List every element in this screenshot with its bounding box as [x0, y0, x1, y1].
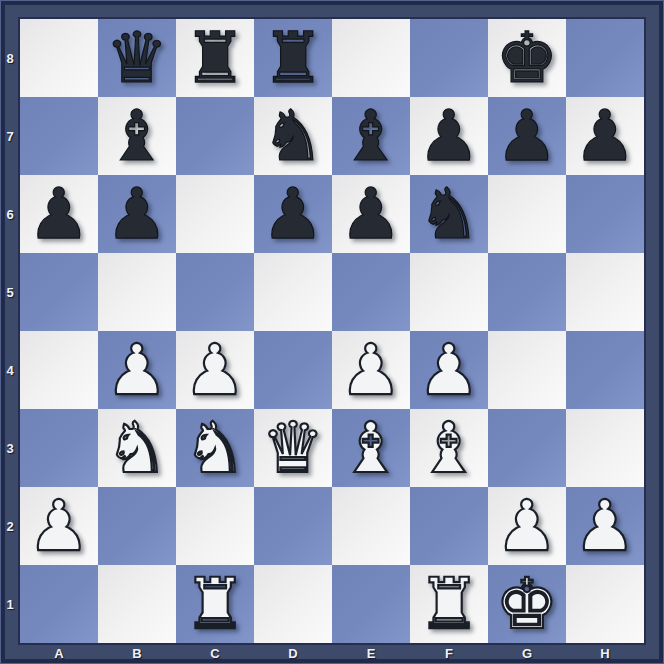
square-g1[interactable]: ♚: [488, 565, 566, 643]
square-e1[interactable]: [332, 565, 410, 643]
piece-black-king[interactable]: ♚: [488, 19, 566, 97]
rank-label-7: 7: [0, 97, 20, 175]
file-label-a: A: [20, 643, 98, 664]
square-e6[interactable]: ♟: [332, 175, 410, 253]
square-e7[interactable]: ♝: [332, 97, 410, 175]
square-h5[interactable]: [566, 253, 644, 331]
square-b7[interactable]: ♝: [98, 97, 176, 175]
square-a8[interactable]: [20, 19, 98, 97]
piece-white-king[interactable]: ♚: [488, 565, 566, 643]
square-h3[interactable]: [566, 409, 644, 487]
piece-black-bishop[interactable]: ♝: [98, 97, 176, 175]
square-d8[interactable]: ♜: [254, 19, 332, 97]
square-c8[interactable]: ♜: [176, 19, 254, 97]
square-a6[interactable]: ♟: [20, 175, 98, 253]
square-b3[interactable]: ♞: [98, 409, 176, 487]
rank-label-1: 1: [0, 565, 20, 643]
square-d7[interactable]: ♞: [254, 97, 332, 175]
piece-black-knight[interactable]: ♞: [410, 175, 488, 253]
square-b8[interactable]: ♛: [98, 19, 176, 97]
square-a3[interactable]: [20, 409, 98, 487]
square-d6[interactable]: ♟: [254, 175, 332, 253]
square-h8[interactable]: [566, 19, 644, 97]
piece-white-pawn[interactable]: ♟: [176, 331, 254, 409]
square-b1[interactable]: [98, 565, 176, 643]
square-f8[interactable]: [410, 19, 488, 97]
rank-label-4: 4: [0, 331, 20, 409]
square-a7[interactable]: [20, 97, 98, 175]
piece-black-pawn[interactable]: ♟: [98, 175, 176, 253]
piece-white-pawn[interactable]: ♟: [488, 487, 566, 565]
piece-white-knight[interactable]: ♞: [98, 409, 176, 487]
square-g7[interactable]: ♟: [488, 97, 566, 175]
piece-white-pawn[interactable]: ♟: [20, 487, 98, 565]
square-e2[interactable]: [332, 487, 410, 565]
square-d2[interactable]: [254, 487, 332, 565]
piece-white-pawn[interactable]: ♟: [98, 331, 176, 409]
file-label-d: D: [254, 643, 332, 664]
square-g4[interactable]: [488, 331, 566, 409]
square-a4[interactable]: [20, 331, 98, 409]
piece-black-bishop[interactable]: ♝: [332, 97, 410, 175]
piece-black-knight[interactable]: ♞: [254, 97, 332, 175]
piece-black-rook[interactable]: ♜: [176, 19, 254, 97]
square-a5[interactable]: [20, 253, 98, 331]
piece-white-pawn[interactable]: ♟: [566, 487, 644, 565]
file-label-b: B: [98, 643, 176, 664]
square-b6[interactable]: ♟: [98, 175, 176, 253]
file-label-g: G: [488, 643, 566, 664]
rank-labels: 87654321: [0, 19, 20, 643]
square-f2[interactable]: [410, 487, 488, 565]
square-a1[interactable]: [20, 565, 98, 643]
square-a2[interactable]: ♟: [20, 487, 98, 565]
chess-board-frame: 87654321 ♛♜♜♚♝♞♝♟♟♟♟♟♟♟♞♟♟♟♟♞♞♛♝♝♟♟♟♜♜♚ …: [0, 0, 664, 664]
board: ♛♜♜♚♝♞♝♟♟♟♟♟♟♟♞♟♟♟♟♞♞♛♝♝♟♟♟♜♜♚: [20, 19, 644, 643]
square-f5[interactable]: [410, 253, 488, 331]
piece-white-pawn[interactable]: ♟: [332, 331, 410, 409]
piece-black-rook[interactable]: ♜: [254, 19, 332, 97]
square-f7[interactable]: ♟: [410, 97, 488, 175]
file-label-c: C: [176, 643, 254, 664]
rank-label-8: 8: [0, 19, 20, 97]
piece-black-queen[interactable]: ♛: [98, 19, 176, 97]
square-f1[interactable]: ♜: [410, 565, 488, 643]
square-h4[interactable]: [566, 331, 644, 409]
square-g2[interactable]: ♟: [488, 487, 566, 565]
square-e4[interactable]: ♟: [332, 331, 410, 409]
file-labels: ABCDEFGH: [20, 643, 644, 664]
square-h7[interactable]: ♟: [566, 97, 644, 175]
square-g5[interactable]: [488, 253, 566, 331]
file-label-h: H: [566, 643, 644, 664]
piece-black-pawn[interactable]: ♟: [488, 97, 566, 175]
square-h6[interactable]: [566, 175, 644, 253]
piece-black-pawn[interactable]: ♟: [332, 175, 410, 253]
piece-white-pawn[interactable]: ♟: [410, 331, 488, 409]
rank-label-2: 2: [0, 487, 20, 565]
piece-white-rook[interactable]: ♜: [176, 565, 254, 643]
square-f3[interactable]: ♝: [410, 409, 488, 487]
piece-black-pawn[interactable]: ♟: [566, 97, 644, 175]
square-e8[interactable]: [332, 19, 410, 97]
square-f4[interactable]: ♟: [410, 331, 488, 409]
rank-label-3: 3: [0, 409, 20, 487]
square-c1[interactable]: ♜: [176, 565, 254, 643]
square-c4[interactable]: ♟: [176, 331, 254, 409]
square-h1[interactable]: [566, 565, 644, 643]
square-b4[interactable]: ♟: [98, 331, 176, 409]
piece-black-pawn[interactable]: ♟: [20, 175, 98, 253]
piece-white-queen[interactable]: ♛: [254, 409, 332, 487]
square-g8[interactable]: ♚: [488, 19, 566, 97]
square-d1[interactable]: [254, 565, 332, 643]
piece-white-bishop[interactable]: ♝: [332, 409, 410, 487]
square-b5[interactable]: [98, 253, 176, 331]
piece-black-pawn[interactable]: ♟: [410, 97, 488, 175]
square-b2[interactable]: [98, 487, 176, 565]
square-d4[interactable]: [254, 331, 332, 409]
square-c2[interactable]: [176, 487, 254, 565]
square-d5[interactable]: [254, 253, 332, 331]
square-c5[interactable]: [176, 253, 254, 331]
square-h2[interactable]: ♟: [566, 487, 644, 565]
square-d3[interactable]: ♛: [254, 409, 332, 487]
piece-white-knight[interactable]: ♞: [176, 409, 254, 487]
file-label-f: F: [410, 643, 488, 664]
square-c6[interactable]: [176, 175, 254, 253]
square-f6[interactable]: ♞: [410, 175, 488, 253]
piece-white-rook[interactable]: ♜: [410, 565, 488, 643]
file-label-e: E: [332, 643, 410, 664]
piece-black-pawn[interactable]: ♟: [254, 175, 332, 253]
square-e3[interactable]: ♝: [332, 409, 410, 487]
square-g6[interactable]: [488, 175, 566, 253]
square-e5[interactable]: [332, 253, 410, 331]
rank-label-5: 5: [0, 253, 20, 331]
square-c3[interactable]: ♞: [176, 409, 254, 487]
square-g3[interactable]: [488, 409, 566, 487]
rank-label-6: 6: [0, 175, 20, 253]
piece-white-bishop[interactable]: ♝: [410, 409, 488, 487]
square-c7[interactable]: [176, 97, 254, 175]
